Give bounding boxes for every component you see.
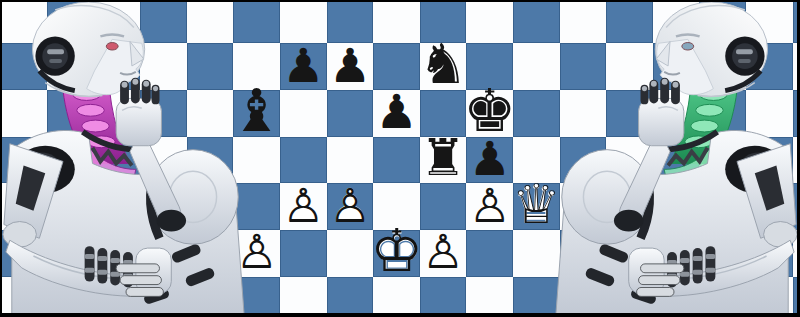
board-square (327, 230, 374, 277)
board-square (187, 137, 234, 184)
board-square (47, 90, 94, 137)
board-square (187, 277, 234, 317)
board-square (606, 183, 653, 230)
board-square (699, 183, 746, 230)
board-square (187, 43, 234, 90)
board-square (513, 43, 560, 90)
border-frame-bottom (0, 313, 800, 317)
board-square (1, 0, 48, 43)
board-square (746, 230, 793, 277)
board-square (140, 183, 187, 230)
board-square (94, 183, 141, 230)
board-square (327, 183, 374, 230)
board-square (560, 43, 607, 90)
board-square (47, 277, 94, 317)
board-square (699, 43, 746, 90)
board-square (653, 277, 700, 317)
board-square (560, 183, 607, 230)
board-square (653, 230, 700, 277)
board-square (140, 277, 187, 317)
board-square (280, 0, 327, 43)
board-square (606, 43, 653, 90)
board-square (1, 230, 48, 277)
board-square (606, 137, 653, 184)
board-square (327, 277, 374, 317)
board-square (233, 0, 280, 43)
board-square (140, 90, 187, 137)
border-frame-top (0, 0, 800, 2)
board-square (513, 230, 560, 277)
board-square (280, 230, 327, 277)
board-square (420, 230, 467, 277)
board-square (187, 183, 234, 230)
board-square (373, 183, 420, 230)
board-square (606, 0, 653, 43)
board-square (746, 0, 793, 43)
board-square (280, 277, 327, 317)
board-square (653, 0, 700, 43)
board-square (280, 183, 327, 230)
board-square (699, 0, 746, 43)
board-square (513, 90, 560, 137)
board-square (653, 90, 700, 137)
chess-banner: ♟♟♞♝♟♚♜♟♟♙♟♙♟♙♛♕♟♙♚♔♟♙ (0, 0, 800, 317)
board-square (327, 0, 374, 43)
board-square (513, 183, 560, 230)
board-square (606, 230, 653, 277)
board-square (47, 43, 94, 90)
board-square (280, 137, 327, 184)
board-square (653, 183, 700, 230)
board-square (746, 277, 793, 317)
board-square (653, 43, 700, 90)
board-square (466, 277, 513, 317)
board-square (513, 277, 560, 317)
board-square (94, 90, 141, 137)
board-square (280, 43, 327, 90)
board-square (140, 0, 187, 43)
board-square (466, 0, 513, 43)
board-square (699, 230, 746, 277)
board-square (420, 277, 467, 317)
board-square (746, 137, 793, 184)
board-square (187, 0, 234, 43)
board-square (560, 0, 607, 43)
chessboard-background (0, 0, 800, 317)
board-square (1, 90, 48, 137)
board-square (373, 277, 420, 317)
board-square (47, 0, 94, 43)
board-square (746, 183, 793, 230)
board-square (233, 43, 280, 90)
board-square (420, 183, 467, 230)
board-square (699, 137, 746, 184)
board-square (140, 137, 187, 184)
board-square (233, 277, 280, 317)
board-square (606, 277, 653, 317)
board-square (187, 90, 234, 137)
board-square (327, 43, 374, 90)
board-square (746, 43, 793, 90)
board-square (327, 137, 374, 184)
board-square (560, 90, 607, 137)
board-square (94, 137, 141, 184)
board-square (94, 43, 141, 90)
board-square (373, 137, 420, 184)
board-square (94, 230, 141, 277)
board-square (280, 90, 327, 137)
board-square (140, 230, 187, 277)
board-square (94, 0, 141, 43)
board-square (140, 43, 187, 90)
board-square (466, 230, 513, 277)
board-square (420, 43, 467, 90)
board-square (699, 90, 746, 137)
board-square (560, 137, 607, 184)
board-square (1, 183, 48, 230)
board-square (513, 137, 560, 184)
board-square (466, 90, 513, 137)
board-square (47, 230, 94, 277)
board-square (1, 137, 48, 184)
board-square (187, 230, 234, 277)
board-square (327, 90, 374, 137)
board-square (47, 183, 94, 230)
border-frame-left (0, 0, 2, 317)
board-square (233, 230, 280, 277)
board-square (560, 277, 607, 317)
board-square (373, 0, 420, 43)
board-square (513, 0, 560, 43)
board-square (653, 137, 700, 184)
board-square (699, 277, 746, 317)
board-square (94, 277, 141, 317)
board-square (47, 137, 94, 184)
board-square (373, 230, 420, 277)
board-square (233, 137, 280, 184)
board-square (420, 90, 467, 137)
board-square (373, 90, 420, 137)
board-square (560, 230, 607, 277)
board-square (466, 183, 513, 230)
board-square (233, 90, 280, 137)
board-square (233, 183, 280, 230)
board-square (606, 90, 653, 137)
board-square (746, 90, 793, 137)
board-square (1, 277, 48, 317)
board-square (1, 43, 48, 90)
board-square (420, 137, 467, 184)
board-square (420, 0, 467, 43)
board-square (466, 137, 513, 184)
board-square (466, 43, 513, 90)
board-square (373, 43, 420, 90)
